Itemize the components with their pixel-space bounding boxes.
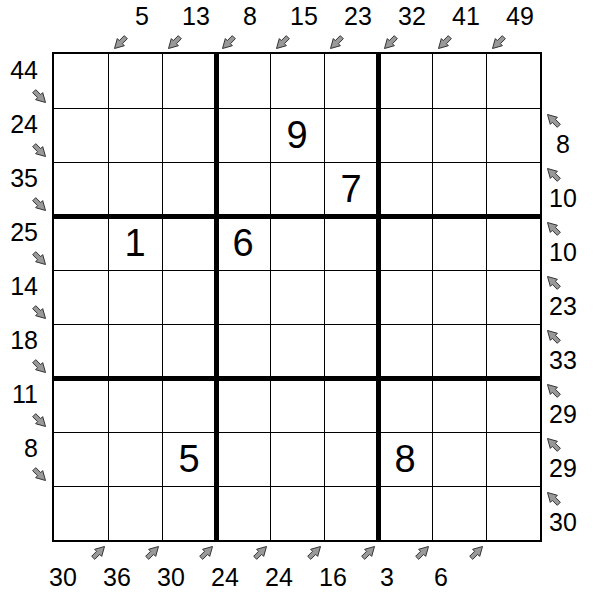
clue-top-8: 49	[490, 3, 550, 29]
cell-r1c5[interactable]	[270, 54, 324, 108]
arrow-up-left-icon	[546, 329, 563, 346]
cell-r6c7[interactable]	[378, 324, 432, 378]
arrow-down-right-icon	[30, 465, 47, 482]
cell-r4c6[interactable]	[324, 216, 378, 270]
cell-r9c5[interactable]	[270, 486, 324, 540]
cell-r4c7[interactable]	[378, 216, 432, 270]
cell-r8c9[interactable]	[486, 432, 540, 486]
cell-r7c4[interactable]	[216, 378, 270, 432]
arrow-up-left-icon	[546, 113, 563, 130]
cell-r2c5[interactable]: 9	[270, 108, 324, 162]
cell-r7c5[interactable]	[270, 378, 324, 432]
arrow-up-right-icon	[197, 545, 214, 562]
cell-r7c3[interactable]	[162, 378, 216, 432]
clue-bottom-3: 30	[141, 564, 201, 590]
cell-r1c8[interactable]	[432, 54, 486, 108]
arrow-down-left-icon	[329, 33, 346, 50]
cell-r3c1[interactable]	[54, 162, 108, 216]
cell-r9c9[interactable]	[486, 486, 540, 540]
cell-r5c3[interactable]	[162, 270, 216, 324]
arrow-down-left-icon	[275, 33, 292, 50]
cell-r7c8[interactable]	[432, 378, 486, 432]
arrow-up-left-icon	[546, 491, 563, 508]
cells: 971658	[54, 54, 540, 540]
clue-top-7: 41	[436, 3, 496, 29]
clue-bottom-8: 6	[411, 564, 471, 590]
cell-r9c6[interactable]	[324, 486, 378, 540]
cell-r8c6[interactable]	[324, 432, 378, 486]
cell-r5c6[interactable]	[324, 270, 378, 324]
cell-r3c6[interactable]: 7	[324, 162, 378, 216]
arrow-down-left-icon	[491, 33, 508, 50]
arrow-down-right-icon	[30, 249, 47, 266]
cell-r4c2[interactable]: 1	[108, 216, 162, 270]
cell-r5c5[interactable]	[270, 270, 324, 324]
arrow-down-right-icon	[30, 303, 47, 320]
cell-r2c7[interactable]	[378, 108, 432, 162]
cell-r3c3[interactable]	[162, 162, 216, 216]
cell-r5c1[interactable]	[54, 270, 108, 324]
arrow-up-left-icon	[546, 437, 563, 454]
clue-right-5: 33	[533, 347, 593, 373]
cell-r8c4[interactable]	[216, 432, 270, 486]
arrow-up-left-icon	[546, 275, 563, 292]
arrow-down-left-icon	[113, 33, 130, 50]
clue-bottom-4: 24	[195, 564, 255, 590]
clue-right-7: 29	[533, 455, 593, 481]
arrow-down-left-icon	[383, 33, 400, 50]
cell-r5c7[interactable]	[378, 270, 432, 324]
cell-r4c9[interactable]	[486, 216, 540, 270]
cell-r5c4[interactable]	[216, 270, 270, 324]
arrow-down-left-icon	[221, 33, 238, 50]
clue-left-1: 44	[2, 57, 38, 83]
arrow-down-right-icon	[30, 195, 47, 212]
clue-bottom-6: 16	[303, 564, 363, 590]
clue-left-4: 25	[2, 219, 38, 245]
little-killer-sudoku-puzzle: 971658 544830132410368351030152523242314…	[0, 0, 595, 595]
cell-r7c9[interactable]	[486, 378, 540, 432]
arrow-down-right-icon	[30, 141, 47, 158]
clue-bottom-2: 36	[87, 564, 147, 590]
cell-r1c9[interactable]	[486, 54, 540, 108]
clue-right-3: 10	[533, 239, 593, 265]
cell-r1c2[interactable]	[108, 54, 162, 108]
cell-r5c9[interactable]	[486, 270, 540, 324]
cell-r3c8[interactable]	[432, 162, 486, 216]
cell-r6c8[interactable]	[432, 324, 486, 378]
arrow-up-right-icon	[143, 545, 160, 562]
cell-r6c1[interactable]	[54, 324, 108, 378]
clue-top-4: 15	[274, 3, 334, 29]
cell-r6c2[interactable]	[108, 324, 162, 378]
arrow-down-left-icon	[167, 33, 184, 50]
cell-r7c6[interactable]	[324, 378, 378, 432]
clue-left-7: 11	[2, 381, 38, 407]
clue-bottom-5: 24	[249, 564, 309, 590]
board: 971658	[52, 52, 542, 542]
clue-top-6: 32	[382, 3, 442, 29]
cell-r8c7[interactable]: 8	[378, 432, 432, 486]
cell-r6c9[interactable]	[486, 324, 540, 378]
arrow-down-right-icon	[30, 357, 47, 374]
cell-r8c5[interactable]	[270, 432, 324, 486]
clue-right-2: 10	[533, 185, 593, 211]
cell-r1c7[interactable]	[378, 54, 432, 108]
cell-r6c4[interactable]	[216, 324, 270, 378]
cell-r8c3[interactable]: 5	[162, 432, 216, 486]
cell-r9c8[interactable]	[432, 486, 486, 540]
cell-r3c7[interactable]	[378, 162, 432, 216]
cell-r1c3[interactable]	[162, 54, 216, 108]
clue-right-1: 8	[533, 131, 593, 157]
cell-r4c1[interactable]	[54, 216, 108, 270]
cell-r9c1[interactable]	[54, 486, 108, 540]
cell-r8c1[interactable]	[54, 432, 108, 486]
cell-r4c8[interactable]	[432, 216, 486, 270]
arrow-up-right-icon	[89, 545, 106, 562]
cell-r4c4[interactable]: 6	[216, 216, 270, 270]
cell-r9c3[interactable]	[162, 486, 216, 540]
cell-r3c2[interactable]	[108, 162, 162, 216]
cell-r2c9[interactable]	[486, 108, 540, 162]
cell-r7c2[interactable]	[108, 378, 162, 432]
cell-r3c9[interactable]	[486, 162, 540, 216]
clue-top-2: 13	[166, 3, 226, 29]
arrow-up-left-icon	[546, 221, 563, 238]
clue-left-2: 24	[2, 111, 38, 137]
clue-bottom-7: 3	[357, 564, 417, 590]
clue-top-3: 8	[220, 3, 280, 29]
cell-r3c5[interactable]	[270, 162, 324, 216]
clue-left-6: 18	[2, 327, 38, 353]
cell-r6c5[interactable]	[270, 324, 324, 378]
arrow-up-right-icon	[359, 545, 376, 562]
clue-top-1: 5	[112, 3, 172, 29]
clue-top-5: 23	[328, 3, 388, 29]
cell-r6c3[interactable]	[162, 324, 216, 378]
arrow-up-right-icon	[251, 545, 268, 562]
cell-r1c1[interactable]	[54, 54, 108, 108]
arrow-up-right-icon	[305, 545, 322, 562]
clue-left-8: 8	[2, 435, 38, 461]
clue-right-8: 30	[533, 509, 593, 535]
cell-r4c3[interactable]	[162, 216, 216, 270]
cell-r9c7[interactable]	[378, 486, 432, 540]
clue-left-5: 14	[2, 273, 38, 299]
cell-r1c4[interactable]	[216, 54, 270, 108]
cell-r2c1[interactable]	[54, 108, 108, 162]
clue-right-4: 23	[533, 293, 593, 319]
cell-r8c8[interactable]	[432, 432, 486, 486]
cell-r9c4[interactable]	[216, 486, 270, 540]
arrow-down-right-icon	[30, 87, 47, 104]
cell-r7c7[interactable]	[378, 378, 432, 432]
cell-r2c4[interactable]	[216, 108, 270, 162]
cell-r2c2[interactable]	[108, 108, 162, 162]
cell-r8c2[interactable]	[108, 432, 162, 486]
clue-right-6: 29	[533, 401, 593, 427]
cell-r2c8[interactable]	[432, 108, 486, 162]
cell-r2c3[interactable]	[162, 108, 216, 162]
cell-r4c5[interactable]	[270, 216, 324, 270]
arrow-down-left-icon	[437, 33, 454, 50]
cell-r6c6[interactable]	[324, 324, 378, 378]
clue-bottom-1: 30	[33, 564, 93, 590]
cell-r1c6[interactable]	[324, 54, 378, 108]
cell-r3c4[interactable]	[216, 162, 270, 216]
cell-r5c8[interactable]	[432, 270, 486, 324]
arrow-down-right-icon	[30, 411, 47, 428]
arrow-up-left-icon	[546, 383, 563, 400]
cell-r2c6[interactable]	[324, 108, 378, 162]
cell-r7c1[interactable]	[54, 378, 108, 432]
arrow-up-right-icon	[467, 545, 484, 562]
clue-left-3: 35	[2, 165, 38, 191]
cell-r5c2[interactable]	[108, 270, 162, 324]
arrow-up-right-icon	[413, 545, 430, 562]
arrow-up-left-icon	[546, 167, 563, 184]
cell-r9c2[interactable]	[108, 486, 162, 540]
